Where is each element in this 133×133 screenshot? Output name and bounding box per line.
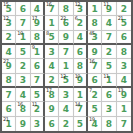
cage-sum-label: 11 xyxy=(103,2,108,7)
cell-r1c8[interactable]: 119 xyxy=(102,2,116,16)
cage-sum-label: 7 xyxy=(89,88,92,93)
cell-digit: 4 xyxy=(77,33,83,42)
cell-digit: 2 xyxy=(77,19,83,28)
cell-r5c4[interactable]: 4 xyxy=(45,59,59,73)
cell-digit: 2 xyxy=(49,76,55,85)
cell-digit: 1 xyxy=(6,120,12,129)
cell-digit: 8 xyxy=(34,33,40,42)
cell-r2c5[interactable]: 226 xyxy=(59,16,73,30)
cell-digit: 2 xyxy=(63,120,69,129)
cell-r1c9[interactable]: 2 xyxy=(117,2,131,16)
cell-r5c9[interactable]: 3 xyxy=(117,59,131,73)
cell-digit: 1 xyxy=(34,48,40,57)
cell-digit: 6 xyxy=(77,48,83,57)
cell-r4c2[interactable]: 5 xyxy=(16,45,30,59)
cell-r8c9[interactable]: 1 xyxy=(117,102,131,116)
cell-r1c7[interactable]: 1 xyxy=(88,2,102,16)
cell-digit: 6 xyxy=(34,62,40,71)
cage-sum-label: 13 xyxy=(118,88,123,93)
cell-r5c6[interactable]: 8 xyxy=(74,59,88,73)
cage-sum-label: 15 xyxy=(3,2,8,7)
cell-digit: 1 xyxy=(77,91,83,100)
cell-r8c7[interactable]: 5 xyxy=(88,102,102,116)
cell-digit: 9 xyxy=(49,105,55,114)
cell-digit: 6 xyxy=(49,120,55,129)
cell-r9c5[interactable]: 2 xyxy=(59,117,73,131)
cage-sum-label: 9 xyxy=(32,45,35,50)
cell-r9c1[interactable]: 211 xyxy=(2,117,16,131)
cell-digit: 8 xyxy=(121,48,127,57)
cell-digit: 1 xyxy=(63,62,69,71)
cell-digit: 3 xyxy=(106,105,112,114)
cell-r1c3[interactable]: 4 xyxy=(31,2,45,16)
cell-r2c1[interactable]: 123 xyxy=(2,16,16,30)
cell-r6c9[interactable]: 4 xyxy=(117,74,131,88)
cell-digit: 1 xyxy=(49,19,55,28)
cell-digit: 4 xyxy=(6,48,12,57)
cage-sum-label: 19 xyxy=(89,117,94,122)
cell-r3c4[interactable]: 85 xyxy=(45,31,59,45)
cell-r9c6[interactable]: 5 xyxy=(74,117,88,131)
cage-sum-label: 21 xyxy=(3,117,8,122)
cell-r9c3[interactable]: 3 xyxy=(31,117,45,131)
cell-r1c1[interactable]: 155 xyxy=(2,2,16,16)
cell-r7c6[interactable]: 1 xyxy=(74,88,88,102)
cell-r1c5[interactable]: 8 xyxy=(59,2,73,16)
cell-r8c5[interactable]: 4 xyxy=(59,102,73,116)
cell-r3c7[interactable]: 453 xyxy=(88,31,102,45)
cage-sum-label: 11 xyxy=(103,74,108,79)
cell-r3c1[interactable]: 2 xyxy=(2,31,16,45)
cell-r5c3[interactable]: 6 xyxy=(31,59,45,73)
cell-r9c7[interactable]: 194 xyxy=(88,117,102,131)
cell-r2c7[interactable]: 8 xyxy=(88,16,102,30)
cell-digit: 6 xyxy=(121,33,127,42)
cell-digit: 8 xyxy=(92,19,98,28)
cage-sum-label: 14 xyxy=(75,102,80,107)
cell-r3c2[interactable]: 101 xyxy=(16,31,30,45)
cage-sum-label: 12 xyxy=(60,74,65,79)
cell-r1c2[interactable]: 6 xyxy=(16,2,30,16)
cell-digit: 2 xyxy=(92,91,98,100)
cell-digit: 7 xyxy=(6,91,12,100)
cell-r8c6[interactable]: 147 xyxy=(74,102,88,116)
cell-r1c6[interactable]: 123 xyxy=(74,2,88,16)
cage-sum-label: 12 xyxy=(3,16,8,21)
cell-digit: 7 xyxy=(20,19,26,28)
cell-r7c8[interactable]: 6 xyxy=(102,88,116,102)
cell-r9c9[interactable]: 7 xyxy=(117,117,131,131)
cell-r4c4[interactable]: 3 xyxy=(45,45,59,59)
cell-r2c3[interactable]: 179 xyxy=(31,16,45,30)
cell-r4c8[interactable]: 2 xyxy=(102,45,116,59)
cell-digit: 8 xyxy=(106,120,112,129)
cell-digit: 8 xyxy=(63,5,69,14)
cage-sum-label: 16 xyxy=(17,102,22,107)
cage-sum-label: 12 xyxy=(75,2,80,7)
cell-digit: 5 xyxy=(106,62,112,71)
cell-r7c3[interactable]: 5 xyxy=(31,88,45,102)
cell-digit: 4 xyxy=(20,91,26,100)
cell-r6c5[interactable]: 125 xyxy=(59,74,73,88)
cell-r7c1[interactable]: 7 xyxy=(2,88,16,102)
cell-digit: 2 xyxy=(20,62,26,71)
cell-r8c8[interactable]: 3 xyxy=(102,102,116,116)
cell-r4c1[interactable]: 4 xyxy=(2,45,16,59)
cell-r7c4[interactable]: 178 xyxy=(45,88,59,102)
cell-digit: 3 xyxy=(20,76,26,85)
cell-r5c2[interactable]: 2 xyxy=(16,59,30,73)
cell-digit: 2 xyxy=(6,33,12,42)
cell-digit: 7 xyxy=(63,48,69,57)
cage-sum-label: 6 xyxy=(75,16,78,21)
sudoku-board: 1556416781231119212371791226628421521018… xyxy=(0,0,133,133)
cell-r7c5[interactable]: 3 xyxy=(59,88,73,102)
cell-digit: 5 xyxy=(34,91,40,100)
cell-r8c1[interactable]: 6 xyxy=(2,102,16,116)
cell-r4c6[interactable]: 6 xyxy=(74,45,88,59)
cell-r4c3[interactable]: 91 xyxy=(31,45,45,59)
cell-r7c2[interactable]: 4 xyxy=(16,88,30,102)
cell-digit: 2 xyxy=(121,5,127,14)
cell-r8c4[interactable]: 9 xyxy=(45,102,59,116)
cell-digit: 4 xyxy=(92,120,98,129)
cage-sum-label: 27 xyxy=(3,59,8,64)
cage-sum-label: 17 xyxy=(32,16,37,21)
cell-digit: 4 xyxy=(106,19,112,28)
cell-digit: 8 xyxy=(6,76,12,85)
cage-sum-label: 10 xyxy=(17,31,22,36)
cell-r8c3[interactable]: 112 xyxy=(31,102,45,116)
cell-r3c6[interactable]: 4 xyxy=(74,31,88,45)
cell-digit: 3 xyxy=(121,62,127,71)
cell-digit: 8 xyxy=(77,62,83,71)
cell-r9c8[interactable]: 8 xyxy=(102,117,116,131)
cell-r6c4[interactable]: 2 xyxy=(45,74,59,88)
cell-digit: 6 xyxy=(106,91,112,100)
cell-r9c4[interactable]: 6 xyxy=(45,117,59,131)
cell-digit: 6 xyxy=(20,5,26,14)
cell-r6c1[interactable]: 8 xyxy=(2,74,16,88)
cell-r5c5[interactable]: 1 xyxy=(59,59,73,73)
cell-r2c2[interactable]: 7 xyxy=(16,16,30,30)
cell-digit: 1 xyxy=(121,105,127,114)
cell-r1c4[interactable]: 167 xyxy=(45,2,59,16)
cell-digit: 9 xyxy=(63,33,69,42)
cage-sum-label: 45 xyxy=(89,31,94,36)
cell-digit: 5 xyxy=(92,105,98,114)
cell-r2c8[interactable]: 4 xyxy=(102,16,116,30)
cell-digit: 3 xyxy=(34,120,40,129)
cage-sum-label: 8 xyxy=(46,31,49,36)
cell-digit: 3 xyxy=(49,48,55,57)
cell-digit: 4 xyxy=(49,62,55,71)
cell-r5c7[interactable]: 167 xyxy=(88,59,102,73)
cell-r2c6[interactable]: 62 xyxy=(74,16,88,30)
cell-r2c4[interactable]: 1 xyxy=(45,16,59,30)
cell-r6c2[interactable]: 3 xyxy=(16,74,30,88)
cell-digit: 5 xyxy=(49,33,55,42)
cell-r3c9[interactable]: 6 xyxy=(117,31,131,45)
cage-sum-label: 17 xyxy=(46,88,51,93)
cell-r6c3[interactable]: 7 xyxy=(31,74,45,88)
cell-digit: 1 xyxy=(92,5,98,14)
cell-digit: 6 xyxy=(6,105,12,114)
cell-r4c9[interactable]: 8 xyxy=(117,45,131,59)
cell-digit: 4 xyxy=(63,105,69,114)
cell-r6c6[interactable]: 109 xyxy=(74,74,88,88)
cell-r2c9[interactable]: 215 xyxy=(117,16,131,30)
cell-digit: 2 xyxy=(106,48,112,57)
cage-sum-label: 11 xyxy=(32,102,37,107)
cell-digit: 6 xyxy=(92,76,98,85)
cell-r7c9[interactable]: 139 xyxy=(117,88,131,102)
cell-r4c7[interactable]: 9 xyxy=(88,45,102,59)
cell-r6c7[interactable]: 6 xyxy=(88,74,102,88)
cell-r3c8[interactable]: 7 xyxy=(102,31,116,45)
cell-r3c3[interactable]: 8 xyxy=(31,31,45,45)
cell-digit: 7 xyxy=(106,33,112,42)
cage-sum-label: 21 xyxy=(118,16,123,21)
cell-digit: 5 xyxy=(77,120,83,129)
cell-r3c5[interactable]: 9 xyxy=(59,31,73,45)
cage-sum-label: 22 xyxy=(60,16,65,21)
cell-r6c8[interactable]: 111 xyxy=(102,74,116,88)
cell-r5c1[interactable]: 279 xyxy=(2,59,16,73)
cell-r5c8[interactable]: 5 xyxy=(102,59,116,73)
cell-r9c2[interactable]: 9 xyxy=(16,117,30,131)
cell-r4c5[interactable]: 7 xyxy=(59,45,73,59)
cage-sum-label: 16 xyxy=(89,59,94,64)
cage-sum-label: 10 xyxy=(75,74,80,79)
cage-sum-label: 16 xyxy=(46,2,51,7)
cell-digit: 5 xyxy=(20,48,26,57)
cell-digit: 7 xyxy=(121,120,127,129)
cell-digit: 4 xyxy=(121,76,127,85)
cell-digit: 7 xyxy=(34,76,40,85)
cell-digit: 4 xyxy=(34,5,40,14)
cell-r8c2[interactable]: 168 xyxy=(16,102,30,116)
cell-digit: 3 xyxy=(63,91,69,100)
cell-digit: 9 xyxy=(20,120,26,129)
cell-digit: 9 xyxy=(92,48,98,57)
cell-r7c7[interactable]: 72 xyxy=(88,88,102,102)
